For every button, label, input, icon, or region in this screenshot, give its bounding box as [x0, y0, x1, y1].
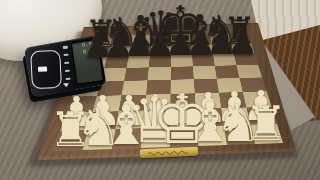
clock-button[interactable]: [64, 69, 69, 72]
clock-button[interactable]: [63, 54, 68, 57]
clock-rocker-lever[interactable]: [30, 50, 62, 90]
clock-button[interactable]: [65, 77, 70, 80]
clock-buttons[interactable]: [61, 46, 72, 81]
piece-black-pawn-h7[interactable]: ♟: [227, 25, 258, 60]
clock-button[interactable]: [62, 46, 67, 49]
piece-white-rook-h1[interactable]: ♜: [244, 99, 287, 147]
clock-arrow-icon: [63, 83, 69, 87]
clock-button[interactable]: [64, 61, 69, 64]
scene: ♜♞♝♛♚♝♞♜♟♟♟♟♟♟♟♟♟♟♟♟♟♟♟♟♜♞♝♛♚♝♞♜ 0.00 0.…: [0, 0, 320, 180]
clock-logo: [38, 66, 47, 71]
